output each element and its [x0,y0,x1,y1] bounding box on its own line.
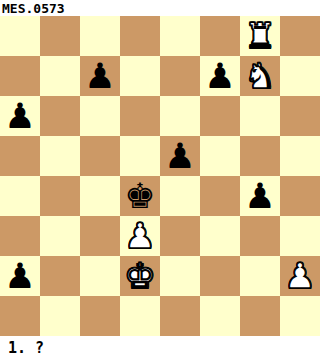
square-g5[interactable] [240,136,280,176]
square-a3[interactable] [0,216,40,256]
piece-white-knight: ♞ [244,56,275,96]
square-h6[interactable] [280,96,320,136]
square-b4[interactable] [40,176,80,216]
square-a8[interactable] [0,16,40,56]
square-e4[interactable] [160,176,200,216]
square-f6[interactable] [200,96,240,136]
square-g4[interactable]: ♟ [240,176,280,216]
square-h7[interactable] [280,56,320,96]
piece-black-pawn: ♟ [204,56,235,96]
square-c6[interactable] [80,96,120,136]
square-d8[interactable] [120,16,160,56]
square-c2[interactable] [80,256,120,296]
square-f2[interactable] [200,256,240,296]
piece-black-pawn: ♟ [4,256,35,296]
piece-white-pawn: ♟ [124,216,155,256]
piece-black-pawn: ♟ [164,136,195,176]
square-f1[interactable] [200,296,240,336]
square-c5[interactable] [80,136,120,176]
square-e1[interactable] [160,296,200,336]
square-b5[interactable] [40,136,80,176]
square-f7[interactable]: ♟ [200,56,240,96]
square-g3[interactable] [240,216,280,256]
square-e7[interactable] [160,56,200,96]
square-h1[interactable] [280,296,320,336]
square-d3[interactable]: ♟ [120,216,160,256]
square-f5[interactable] [200,136,240,176]
square-d4[interactable]: ♚ [120,176,160,216]
square-g2[interactable] [240,256,280,296]
square-a5[interactable] [0,136,40,176]
square-b8[interactable] [40,16,80,56]
square-e2[interactable] [160,256,200,296]
piece-black-king: ♚ [124,176,155,216]
piece-black-pawn: ♟ [84,56,115,96]
puzzle-title: MES.0573 [0,0,320,16]
square-f4[interactable] [200,176,240,216]
piece-black-pawn: ♟ [4,96,35,136]
square-a7[interactable] [0,56,40,96]
square-c3[interactable] [80,216,120,256]
square-d6[interactable] [120,96,160,136]
square-h5[interactable] [280,136,320,176]
square-b3[interactable] [40,216,80,256]
square-d7[interactable] [120,56,160,96]
square-h4[interactable] [280,176,320,216]
square-a6[interactable]: ♟ [0,96,40,136]
square-b1[interactable] [40,296,80,336]
square-d2[interactable]: ♚ [120,256,160,296]
square-c8[interactable] [80,16,120,56]
piece-white-rook: ♜ [244,16,275,56]
square-b6[interactable] [40,96,80,136]
move-prompt: 1. ? [0,336,320,360]
square-a4[interactable] [0,176,40,216]
square-e5[interactable]: ♟ [160,136,200,176]
square-a1[interactable] [0,296,40,336]
square-h3[interactable] [280,216,320,256]
square-b2[interactable] [40,256,80,296]
chess-board: ♜♟♟♞♟♟♚♟♟♟♚♟ [0,16,320,336]
square-f8[interactable] [200,16,240,56]
piece-white-king: ♚ [124,256,155,296]
square-h2[interactable]: ♟ [280,256,320,296]
piece-black-pawn: ♟ [244,176,275,216]
square-c4[interactable] [80,176,120,216]
square-g8[interactable]: ♜ [240,16,280,56]
square-h8[interactable] [280,16,320,56]
square-d1[interactable] [120,296,160,336]
square-e3[interactable] [160,216,200,256]
square-c7[interactable]: ♟ [80,56,120,96]
square-c1[interactable] [80,296,120,336]
piece-white-pawn: ♟ [284,256,315,296]
square-e6[interactable] [160,96,200,136]
square-g6[interactable] [240,96,280,136]
square-g7[interactable]: ♞ [240,56,280,96]
square-e8[interactable] [160,16,200,56]
square-g1[interactable] [240,296,280,336]
square-a2[interactable]: ♟ [0,256,40,296]
square-b7[interactable] [40,56,80,96]
square-f3[interactable] [200,216,240,256]
square-d5[interactable] [120,136,160,176]
